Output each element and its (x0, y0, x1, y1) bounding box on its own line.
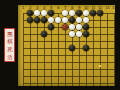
stone-black (69, 17, 76, 24)
stone-white (76, 31, 83, 38)
go-board: 1234567891011121314 (17, 5, 116, 86)
stone-black (48, 24, 55, 31)
grid-line-horizontal (23, 41, 116, 42)
stone-white (34, 10, 41, 17)
stone-white (62, 10, 69, 17)
title-char: 活 (7, 53, 12, 60)
letterbox-right (115, 0, 120, 90)
stone-marked-red (62, 24, 69, 31)
letterbox-bottom (0, 86, 120, 90)
grid-line-horizontal (23, 69, 116, 70)
title-char: 棋 (7, 38, 12, 45)
stone-white (76, 24, 83, 31)
stone-white (55, 17, 62, 24)
stone-white (69, 31, 76, 38)
stone-black (76, 10, 83, 17)
stone-black (41, 17, 48, 24)
grid-line-horizontal (23, 76, 116, 77)
stone-black (69, 45, 76, 52)
stone-white (41, 10, 48, 17)
stone-black (83, 45, 90, 52)
grid-line-horizontal (23, 55, 116, 56)
star-point-marker (99, 65, 101, 67)
stone-white (83, 10, 90, 17)
grid-line-horizontal (23, 62, 116, 63)
column-coordinate: 1 (20, 5, 27, 10)
stone-black (48, 10, 55, 17)
stone-black (27, 10, 34, 17)
letterbox-top (0, 0, 120, 5)
stone-black (83, 31, 90, 38)
stone-black (83, 24, 90, 31)
stone-white (69, 24, 76, 31)
screenshot-root: 1234567891011121314 围 棋 死 活 (0, 0, 120, 90)
stone-black (90, 10, 97, 17)
stone-white (62, 17, 69, 24)
stone-white (76, 17, 83, 24)
title-char: 死 (7, 45, 12, 52)
grid-line-horizontal (23, 83, 116, 84)
stone-black (27, 17, 34, 24)
book-title-label: 围 棋 死 活 (4, 28, 15, 62)
stone-white (83, 17, 90, 24)
title-char: 围 (7, 30, 12, 37)
stone-black (97, 10, 104, 17)
stone-black (34, 17, 41, 24)
column-coordinate: 6 (55, 5, 62, 10)
column-coordinate: 13 (104, 5, 111, 10)
stone-white (48, 17, 55, 24)
stone-black (41, 31, 48, 38)
stone-white (69, 10, 76, 17)
